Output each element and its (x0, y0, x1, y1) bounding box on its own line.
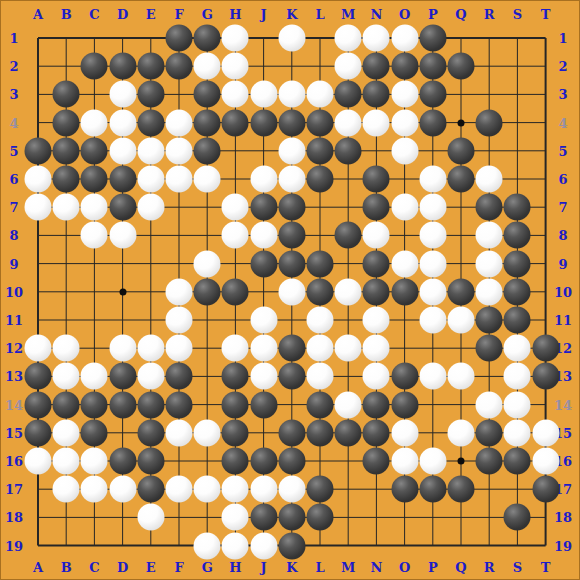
white-stone-B7[interactable] (53, 194, 80, 221)
black-stone-K19[interactable] (278, 532, 305, 559)
row-label-left-4: 4 (9, 115, 18, 130)
black-stone-N3[interactable] (363, 81, 390, 108)
black-stone-T12[interactable] (532, 335, 559, 362)
black-stone-E17[interactable] (137, 476, 164, 503)
row-label-right-19: 19 (554, 538, 572, 553)
black-stone-O10[interactable] (391, 278, 418, 305)
row-label-right-11: 11 (554, 313, 572, 328)
black-stone-L14[interactable] (307, 391, 334, 418)
white-stone-M10[interactable] (335, 278, 362, 305)
black-stone-D7[interactable] (109, 194, 136, 221)
black-stone-M15[interactable] (335, 419, 362, 446)
row-label-left-2: 2 (9, 59, 18, 74)
row-label-right-8: 8 (558, 228, 567, 243)
white-stone-K3[interactable] (278, 81, 305, 108)
black-stone-S7[interactable] (504, 194, 531, 221)
black-stone-S16[interactable] (504, 448, 531, 475)
black-stone-E3[interactable] (137, 81, 164, 108)
white-stone-P7[interactable] (419, 194, 446, 221)
black-stone-D2[interactable] (109, 53, 136, 80)
black-stone-J16[interactable] (250, 448, 277, 475)
col-label-bottom-O: O (399, 560, 410, 575)
col-label-top-L: L (315, 7, 324, 22)
white-stone-P9[interactable] (419, 250, 446, 277)
white-stone-D8[interactable] (109, 222, 136, 249)
black-stone-L18[interactable] (307, 504, 334, 531)
black-stone-L5[interactable] (307, 137, 334, 164)
col-label-top-T: T (541, 7, 551, 22)
col-label-top-D: D (117, 7, 128, 22)
white-stone-N1[interactable] (363, 25, 390, 52)
white-stone-E5[interactable] (137, 137, 164, 164)
row-label-right-1: 1 (558, 31, 567, 46)
white-stone-H19[interactable] (222, 532, 249, 559)
black-stone-E15[interactable] (137, 419, 164, 446)
black-stone-M8[interactable] (335, 222, 362, 249)
black-stone-S11[interactable] (504, 307, 531, 334)
black-stone-J14[interactable] (250, 391, 277, 418)
white-stone-C8[interactable] (81, 222, 108, 249)
white-stone-J6[interactable] (250, 166, 277, 193)
white-stone-S14[interactable] (504, 391, 531, 418)
black-stone-S18[interactable] (504, 504, 531, 531)
black-stone-M3[interactable] (335, 81, 362, 108)
white-stone-P8[interactable] (419, 222, 446, 249)
white-stone-F5[interactable] (166, 137, 193, 164)
black-stone-B14[interactable] (53, 391, 80, 418)
col-label-top-J: J (261, 7, 267, 22)
white-stone-O5[interactable] (391, 137, 418, 164)
black-stone-G3[interactable] (194, 81, 221, 108)
black-stone-J18[interactable] (250, 504, 277, 531)
black-stone-K13[interactable] (278, 363, 305, 390)
white-stone-C17[interactable] (81, 476, 108, 503)
row-label-left-10: 10 (5, 284, 23, 299)
black-stone-A15[interactable] (25, 419, 52, 446)
white-stone-E13[interactable] (137, 363, 164, 390)
white-stone-K1[interactable] (278, 25, 305, 52)
white-stone-R10[interactable] (476, 278, 503, 305)
white-stone-K6[interactable] (278, 166, 305, 193)
col-label-bottom-J: J (261, 560, 267, 575)
black-stone-B3[interactable] (53, 81, 80, 108)
black-stone-C14[interactable] (81, 391, 108, 418)
black-stone-O13[interactable] (391, 363, 418, 390)
black-stone-Q17[interactable] (448, 476, 475, 503)
white-stone-M1[interactable] (335, 25, 362, 52)
black-stone-R15[interactable] (476, 419, 503, 446)
black-stone-B5[interactable] (53, 137, 80, 164)
row-label-left-19: 19 (5, 538, 23, 553)
black-stone-H4[interactable] (222, 109, 249, 136)
col-label-bottom-L: L (315, 560, 324, 575)
black-stone-R12[interactable] (476, 335, 503, 362)
row-label-right-3: 3 (558, 87, 567, 102)
go-board[interactable]: AABBCCDDEEFFGGHHJJKKLLMMNNOOPPQQRRSSTT11… (0, 0, 580, 580)
star-point-D10 (119, 288, 126, 295)
black-stone-C15[interactable] (81, 419, 108, 446)
black-stone-G4[interactable] (194, 109, 221, 136)
white-stone-F15[interactable] (166, 419, 193, 446)
white-stone-Q11[interactable] (448, 307, 475, 334)
black-stone-R11[interactable] (476, 307, 503, 334)
white-stone-C13[interactable] (81, 363, 108, 390)
black-stone-P3[interactable] (419, 81, 446, 108)
white-stone-H1[interactable] (222, 25, 249, 52)
black-stone-F13[interactable] (166, 363, 193, 390)
white-stone-O9[interactable] (391, 250, 418, 277)
black-stone-D16[interactable] (109, 448, 136, 475)
row-label-right-4: 4 (558, 115, 567, 130)
black-stone-A5[interactable] (25, 137, 52, 164)
black-stone-M5[interactable] (335, 137, 362, 164)
col-label-top-S: S (513, 7, 522, 22)
white-stone-P16[interactable] (419, 448, 446, 475)
black-stone-G10[interactable] (194, 278, 221, 305)
black-stone-N15[interactable] (363, 419, 390, 446)
black-stone-D6[interactable] (109, 166, 136, 193)
white-stone-G15[interactable] (194, 419, 221, 446)
col-label-top-A: A (33, 7, 43, 22)
col-label-bottom-A: A (33, 560, 43, 575)
black-stone-E2[interactable] (137, 53, 164, 80)
white-stone-O16[interactable] (391, 448, 418, 475)
col-label-top-K: K (286, 7, 297, 22)
black-stone-Q6[interactable] (448, 166, 475, 193)
col-label-top-P: P (428, 7, 438, 22)
white-stone-G17[interactable] (194, 476, 221, 503)
white-stone-B12[interactable] (53, 335, 80, 362)
white-stone-F4[interactable] (166, 109, 193, 136)
col-label-bottom-S: S (513, 560, 522, 575)
col-label-bottom-T: T (541, 560, 551, 575)
black-stone-Q5[interactable] (448, 137, 475, 164)
white-stone-N13[interactable] (363, 363, 390, 390)
black-stone-O14[interactable] (391, 391, 418, 418)
white-stone-B15[interactable] (53, 419, 80, 446)
star-point-Q16 (458, 458, 465, 465)
row-label-right-7: 7 (558, 200, 567, 215)
row-label-left-18: 18 (5, 510, 23, 525)
white-stone-L12[interactable] (307, 335, 334, 362)
row-label-left-6: 6 (9, 172, 18, 187)
col-label-top-O: O (399, 7, 410, 22)
col-label-bottom-C: C (89, 560, 99, 575)
white-stone-L13[interactable] (307, 363, 334, 390)
col-label-top-B: B (61, 7, 72, 22)
white-stone-E12[interactable] (137, 335, 164, 362)
col-label-top-C: C (89, 7, 99, 22)
black-stone-R16[interactable] (476, 448, 503, 475)
row-label-left-3: 3 (9, 87, 18, 102)
white-stone-C4[interactable] (81, 109, 108, 136)
white-stone-O4[interactable] (391, 109, 418, 136)
row-label-right-10: 10 (554, 284, 572, 299)
black-stone-N10[interactable] (363, 278, 390, 305)
col-label-top-G: G (202, 7, 213, 22)
black-stone-P2[interactable] (419, 53, 446, 80)
white-stone-F6[interactable] (166, 166, 193, 193)
black-stone-J9[interactable] (250, 250, 277, 277)
black-stone-L9[interactable] (307, 250, 334, 277)
black-stone-H14[interactable] (222, 391, 249, 418)
black-stone-A14[interactable] (25, 391, 52, 418)
black-stone-L6[interactable] (307, 166, 334, 193)
black-stone-H16[interactable] (222, 448, 249, 475)
col-label-bottom-B: B (61, 560, 72, 575)
white-stone-F12[interactable] (166, 335, 193, 362)
row-label-left-1: 1 (9, 31, 18, 46)
black-stone-K8[interactable] (278, 222, 305, 249)
black-stone-E16[interactable] (137, 448, 164, 475)
black-stone-L4[interactable] (307, 109, 334, 136)
black-stone-Q2[interactable] (448, 53, 475, 80)
white-stone-J19[interactable] (250, 532, 277, 559)
white-stone-H12[interactable] (222, 335, 249, 362)
row-label-left-15: 15 (5, 425, 23, 440)
row-label-left-11: 11 (5, 313, 23, 328)
col-label-top-Q: Q (455, 7, 466, 22)
black-stone-K16[interactable] (278, 448, 305, 475)
white-stone-D3[interactable] (109, 81, 136, 108)
white-stone-J8[interactable] (250, 222, 277, 249)
white-stone-J17[interactable] (250, 476, 277, 503)
white-stone-O3[interactable] (391, 81, 418, 108)
black-stone-N9[interactable] (363, 250, 390, 277)
white-stone-P10[interactable] (419, 278, 446, 305)
white-stone-S12[interactable] (504, 335, 531, 362)
white-stone-N8[interactable] (363, 222, 390, 249)
black-stone-L15[interactable] (307, 419, 334, 446)
white-stone-R8[interactable] (476, 222, 503, 249)
white-stone-N11[interactable] (363, 307, 390, 334)
black-stone-O2[interactable] (391, 53, 418, 80)
black-stone-E14[interactable] (137, 391, 164, 418)
white-stone-H17[interactable] (222, 476, 249, 503)
white-stone-E6[interactable] (137, 166, 164, 193)
white-stone-L3[interactable] (307, 81, 334, 108)
col-label-bottom-R: R (484, 560, 495, 575)
row-label-right-6: 6 (558, 172, 567, 187)
black-stone-L10[interactable] (307, 278, 334, 305)
black-stone-T13[interactable] (532, 363, 559, 390)
white-stone-O7[interactable] (391, 194, 418, 221)
black-stone-P1[interactable] (419, 25, 446, 52)
black-stone-B4[interactable] (53, 109, 80, 136)
white-stone-D17[interactable] (109, 476, 136, 503)
white-stone-D4[interactable] (109, 109, 136, 136)
black-stone-K4[interactable] (278, 109, 305, 136)
white-stone-J12[interactable] (250, 335, 277, 362)
white-stone-A7[interactable] (25, 194, 52, 221)
black-stone-S8[interactable] (504, 222, 531, 249)
black-stone-Q10[interactable] (448, 278, 475, 305)
black-stone-K7[interactable] (278, 194, 305, 221)
col-label-top-N: N (370, 7, 382, 22)
white-stone-F11[interactable] (166, 307, 193, 334)
row-label-left-13: 13 (5, 369, 23, 384)
row-label-left-14: 14 (5, 397, 23, 412)
row-label-left-8: 8 (9, 228, 18, 243)
white-stone-A6[interactable] (25, 166, 52, 193)
col-label-bottom-G: G (202, 560, 213, 575)
black-stone-A13[interactable] (25, 363, 52, 390)
black-stone-N14[interactable] (363, 391, 390, 418)
black-stone-H10[interactable] (222, 278, 249, 305)
white-stone-R6[interactable] (476, 166, 503, 193)
black-stone-C5[interactable] (81, 137, 108, 164)
col-label-bottom-M: M (341, 560, 355, 575)
white-stone-J11[interactable] (250, 307, 277, 334)
black-stone-C2[interactable] (81, 53, 108, 80)
row-label-left-16: 16 (5, 454, 23, 469)
black-stone-E4[interactable] (137, 109, 164, 136)
col-label-bottom-D: D (117, 560, 128, 575)
black-stone-K12[interactable] (278, 335, 305, 362)
row-label-left-7: 7 (9, 200, 18, 215)
black-stone-S9[interactable] (504, 250, 531, 277)
white-stone-A12[interactable] (25, 335, 52, 362)
col-label-bottom-H: H (229, 560, 241, 575)
white-stone-B17[interactable] (53, 476, 80, 503)
white-stone-H18[interactable] (222, 504, 249, 531)
row-label-left-9: 9 (9, 256, 18, 271)
white-stone-S13[interactable] (504, 363, 531, 390)
col-label-bottom-P: P (428, 560, 438, 575)
white-stone-M12[interactable] (335, 335, 362, 362)
black-stone-P4[interactable] (419, 109, 446, 136)
white-stone-P11[interactable] (419, 307, 446, 334)
white-stone-M14[interactable] (335, 391, 362, 418)
black-stone-F2[interactable] (166, 53, 193, 80)
white-stone-G9[interactable] (194, 250, 221, 277)
row-label-right-2: 2 (558, 59, 567, 74)
white-stone-O1[interactable] (391, 25, 418, 52)
black-stone-S10[interactable] (504, 278, 531, 305)
white-stone-J3[interactable] (250, 81, 277, 108)
white-stone-G2[interactable] (194, 53, 221, 80)
row-label-left-12: 12 (5, 341, 23, 356)
white-stone-G6[interactable] (194, 166, 221, 193)
white-stone-H7[interactable] (222, 194, 249, 221)
black-stone-G1[interactable] (194, 25, 221, 52)
col-label-top-M: M (341, 7, 355, 22)
black-stone-T17[interactable] (532, 476, 559, 503)
black-stone-G5[interactable] (194, 137, 221, 164)
col-label-bottom-E: E (146, 560, 156, 575)
white-stone-Q13[interactable] (448, 363, 475, 390)
black-stone-K9[interactable] (278, 250, 305, 277)
white-stone-S15[interactable] (504, 419, 531, 446)
white-stone-Q15[interactable] (448, 419, 475, 446)
white-stone-N12[interactable] (363, 335, 390, 362)
col-label-bottom-N: N (370, 560, 382, 575)
white-stone-T16[interactable] (532, 448, 559, 475)
star-point-Q4 (458, 119, 465, 126)
black-stone-H15[interactable] (222, 419, 249, 446)
col-label-bottom-F: F (174, 560, 183, 575)
white-stone-A16[interactable] (25, 448, 52, 475)
white-stone-K10[interactable] (278, 278, 305, 305)
col-label-bottom-K: K (286, 560, 297, 575)
black-stone-B6[interactable] (53, 166, 80, 193)
white-stone-R9[interactable] (476, 250, 503, 277)
col-label-bottom-Q: Q (455, 560, 466, 575)
white-stone-C16[interactable] (81, 448, 108, 475)
white-stone-R14[interactable] (476, 391, 503, 418)
black-stone-C6[interactable] (81, 166, 108, 193)
white-stone-E18[interactable] (137, 504, 164, 531)
black-stone-K18[interactable] (278, 504, 305, 531)
col-label-top-H: H (229, 7, 241, 22)
white-stone-P6[interactable] (419, 166, 446, 193)
white-stone-E7[interactable] (137, 194, 164, 221)
row-label-right-9: 9 (558, 256, 567, 271)
black-stone-N16[interactable] (363, 448, 390, 475)
black-stone-D14[interactable] (109, 391, 136, 418)
white-stone-B13[interactable] (53, 363, 80, 390)
black-stone-P17[interactable] (419, 476, 446, 503)
black-stone-J4[interactable] (250, 109, 277, 136)
white-stone-H8[interactable] (222, 222, 249, 249)
col-label-top-E: E (146, 7, 156, 22)
white-stone-T15[interactable] (532, 419, 559, 446)
white-stone-K17[interactable] (278, 476, 305, 503)
row-label-right-18: 18 (554, 510, 572, 525)
black-stone-R7[interactable] (476, 194, 503, 221)
black-stone-D13[interactable] (109, 363, 136, 390)
black-stone-K15[interactable] (278, 419, 305, 446)
white-stone-F10[interactable] (166, 278, 193, 305)
black-stone-F14[interactable] (166, 391, 193, 418)
black-stone-L17[interactable] (307, 476, 334, 503)
white-stone-K5[interactable] (278, 137, 305, 164)
black-stone-N7[interactable] (363, 194, 390, 221)
white-stone-O15[interactable] (391, 419, 418, 446)
white-stone-M2[interactable] (335, 53, 362, 80)
white-stone-L11[interactable] (307, 307, 334, 334)
row-label-left-17: 17 (5, 482, 23, 497)
black-stone-R4[interactable] (476, 109, 503, 136)
white-stone-P13[interactable] (419, 363, 446, 390)
black-stone-N6[interactable] (363, 166, 390, 193)
white-stone-F17[interactable] (166, 476, 193, 503)
col-label-top-R: R (484, 7, 495, 22)
row-label-left-5: 5 (9, 143, 18, 158)
black-stone-J7[interactable] (250, 194, 277, 221)
white-stone-M4[interactable] (335, 109, 362, 136)
row-label-right-14: 14 (554, 397, 572, 412)
white-stone-H3[interactable] (222, 81, 249, 108)
white-stone-H2[interactable] (222, 53, 249, 80)
white-stone-B16[interactable] (53, 448, 80, 475)
row-label-right-5: 5 (558, 143, 567, 158)
white-stone-J13[interactable] (250, 363, 277, 390)
black-stone-F1[interactable] (166, 25, 193, 52)
white-stone-D12[interactable] (109, 335, 136, 362)
col-label-top-F: F (174, 7, 183, 22)
white-stone-C7[interactable] (81, 194, 108, 221)
white-stone-D5[interactable] (109, 137, 136, 164)
black-stone-H13[interactable] (222, 363, 249, 390)
white-stone-N4[interactable] (363, 109, 390, 136)
black-stone-N2[interactable] (363, 53, 390, 80)
white-stone-G19[interactable] (194, 532, 221, 559)
black-stone-O17[interactable] (391, 476, 418, 503)
